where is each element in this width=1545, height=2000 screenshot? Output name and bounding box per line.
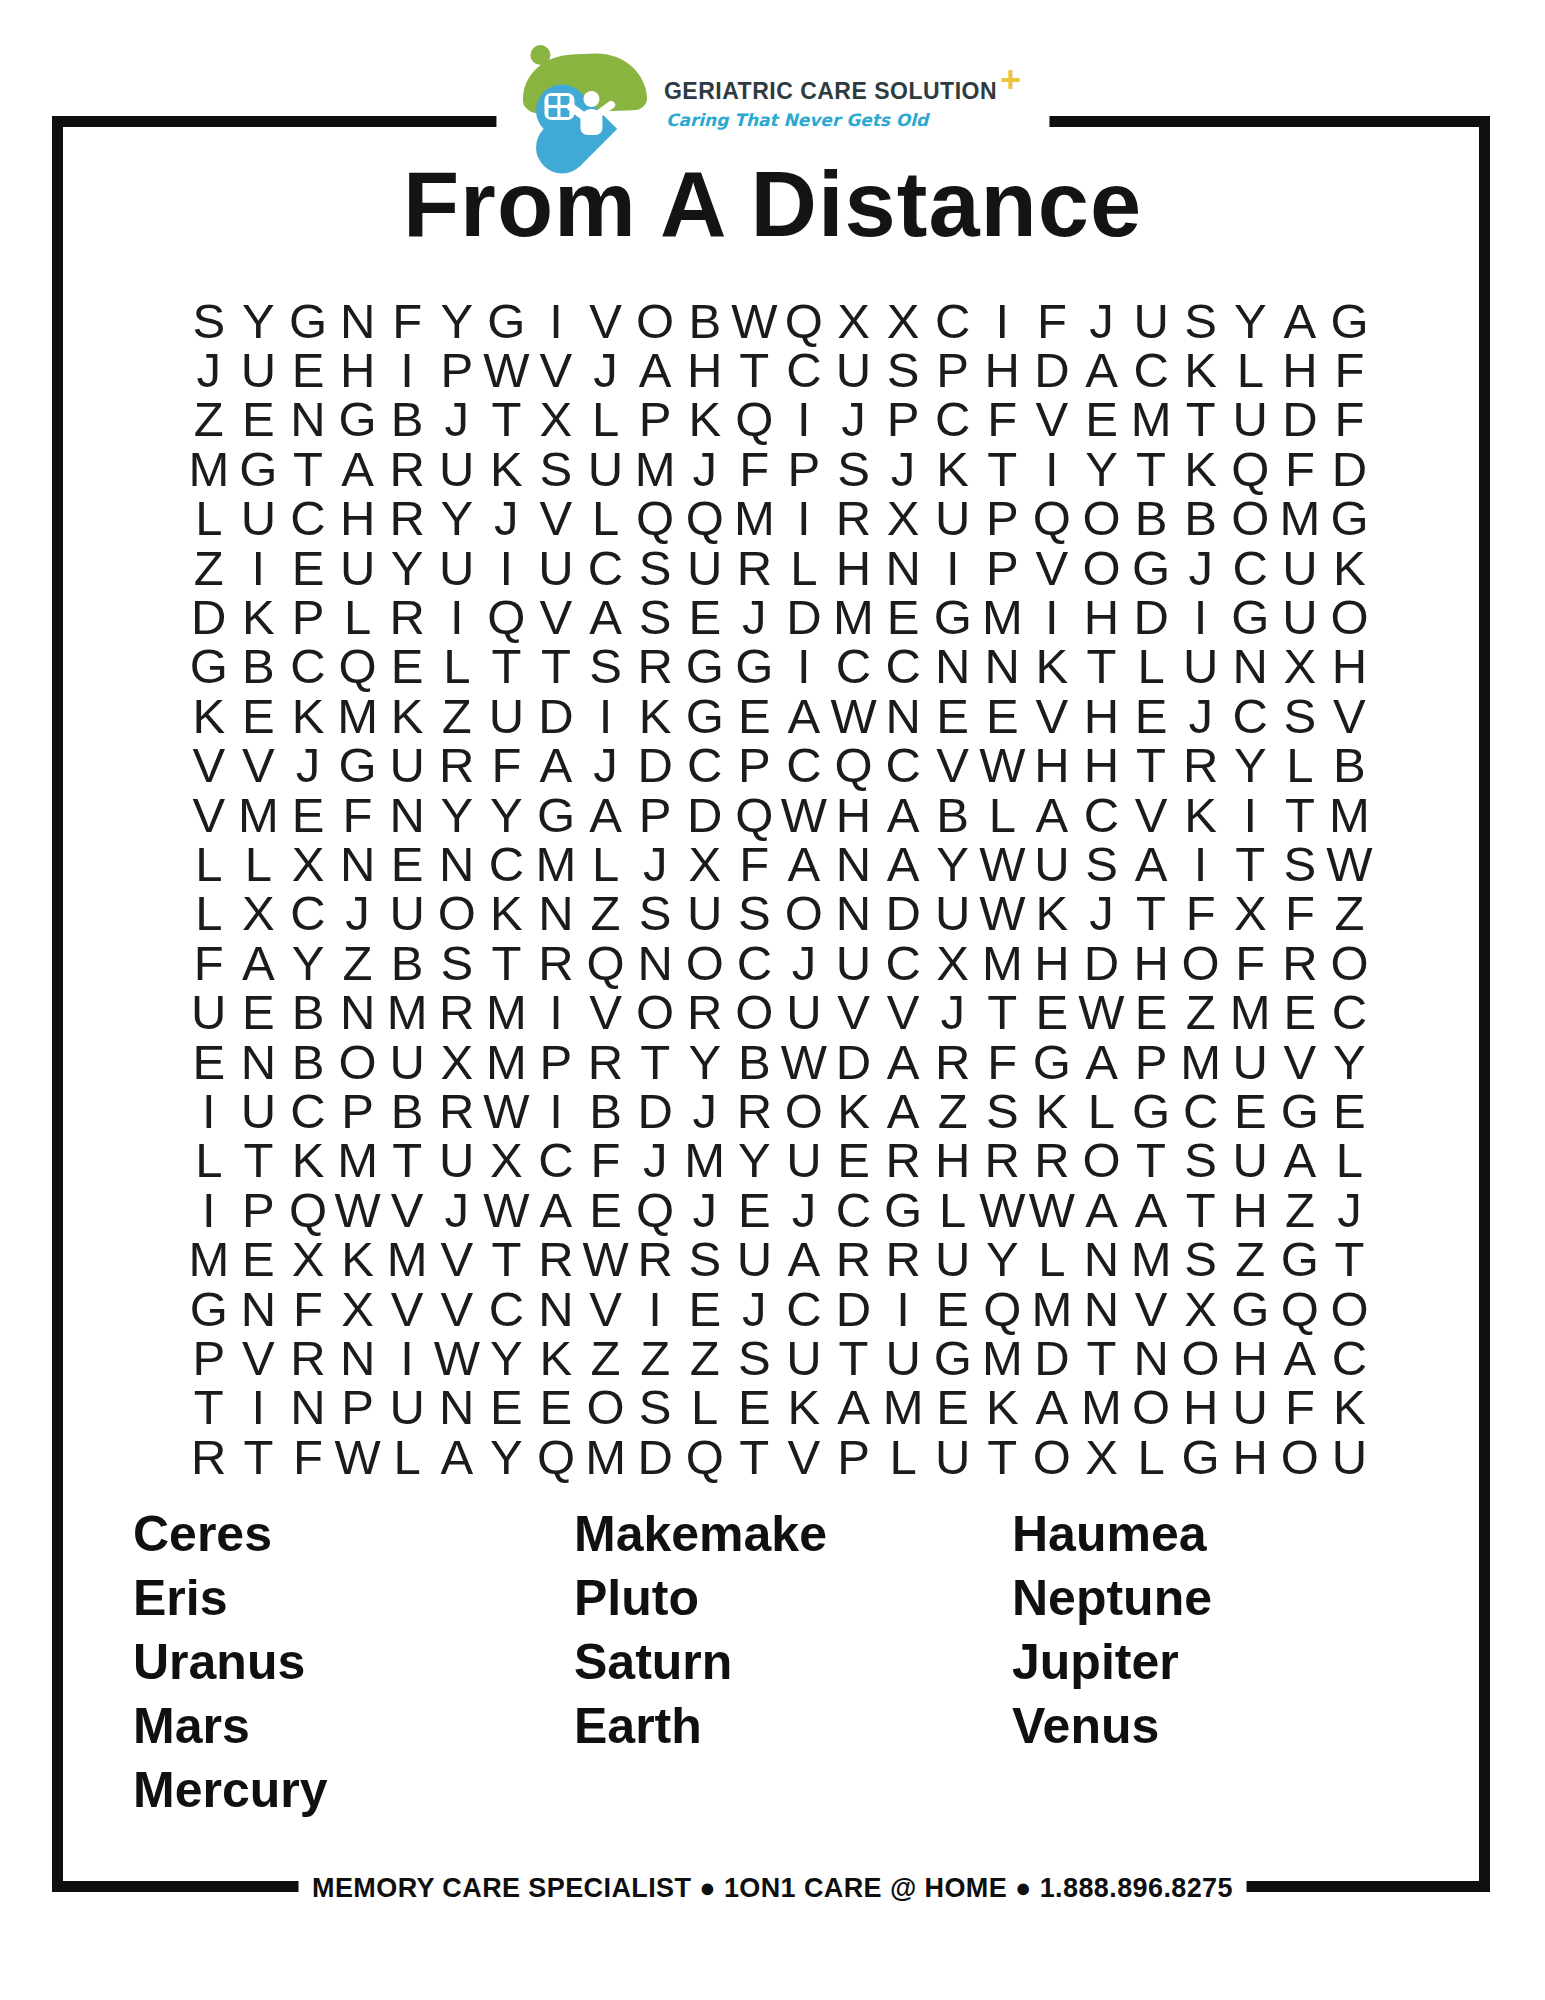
grid-cell[interactable]: P: [978, 494, 1028, 543]
grid-cell[interactable]: U: [333, 543, 383, 592]
grid-cell[interactable]: Q: [730, 790, 780, 839]
grid-cell[interactable]: I: [432, 592, 482, 641]
grid-cell[interactable]: Q: [581, 938, 631, 987]
grid-cell[interactable]: O: [680, 938, 730, 987]
grid-cell[interactable]: Z: [581, 1333, 631, 1382]
grid-cell[interactable]: W: [978, 741, 1028, 790]
grid-cell[interactable]: G: [333, 395, 383, 444]
grid-cell[interactable]: P: [779, 444, 829, 493]
grid-cell[interactable]: Z: [184, 543, 234, 592]
grid-cell[interactable]: W: [482, 1185, 532, 1234]
grid-cell[interactable]: Y: [432, 296, 482, 345]
grid-cell[interactable]: A: [779, 691, 829, 740]
grid-cell[interactable]: C: [283, 494, 333, 543]
grid-cell[interactable]: B: [1176, 494, 1226, 543]
grid-cell[interactable]: E: [730, 1185, 780, 1234]
grid-cell[interactable]: O: [730, 987, 780, 1036]
grid-cell[interactable]: N: [382, 790, 432, 839]
grid-cell[interactable]: M: [234, 790, 284, 839]
grid-cell[interactable]: H: [1325, 642, 1375, 691]
grid-cell[interactable]: B: [382, 395, 432, 444]
grid-cell[interactable]: Q: [531, 1432, 581, 1481]
grid-cell[interactable]: K: [184, 691, 234, 740]
grid-cell[interactable]: Q: [680, 494, 730, 543]
grid-cell[interactable]: O: [1077, 1136, 1127, 1185]
grid-cell[interactable]: W: [432, 1333, 482, 1382]
grid-cell[interactable]: B: [928, 790, 978, 839]
grid-cell[interactable]: D: [1325, 444, 1375, 493]
grid-cell[interactable]: L: [680, 1383, 730, 1432]
grid-cell[interactable]: C: [928, 395, 978, 444]
grid-cell[interactable]: G: [333, 741, 383, 790]
grid-cell[interactable]: T: [1077, 642, 1127, 691]
grid-cell[interactable]: L: [978, 790, 1028, 839]
grid-cell[interactable]: S: [432, 938, 482, 987]
grid-cell[interactable]: N: [630, 938, 680, 987]
grid-cell[interactable]: L: [928, 1185, 978, 1234]
grid-cell[interactable]: A: [581, 790, 631, 839]
grid-cell[interactable]: V: [184, 741, 234, 790]
grid-cell[interactable]: Q: [779, 296, 829, 345]
grid-cell[interactable]: R: [680, 987, 730, 1036]
grid-cell[interactable]: U: [382, 1383, 432, 1432]
grid-cell[interactable]: V: [531, 592, 581, 641]
grid-cell[interactable]: T: [234, 1136, 284, 1185]
grid-cell[interactable]: D: [1027, 1333, 1077, 1382]
grid-cell[interactable]: D: [531, 691, 581, 740]
grid-cell[interactable]: I: [1176, 839, 1226, 888]
grid-cell[interactable]: Q: [1027, 494, 1077, 543]
grid-cell[interactable]: G: [184, 642, 234, 691]
grid-cell[interactable]: E: [234, 1234, 284, 1283]
grid-cell[interactable]: P: [234, 1185, 284, 1234]
grid-cell[interactable]: Y: [1325, 1037, 1375, 1086]
grid-cell[interactable]: S: [730, 1333, 780, 1382]
grid-cell[interactable]: Y: [928, 839, 978, 888]
grid-cell[interactable]: J: [928, 987, 978, 1036]
grid-cell[interactable]: S: [630, 1383, 680, 1432]
grid-cell[interactable]: W: [333, 1185, 383, 1234]
grid-cell[interactable]: T: [531, 642, 581, 691]
grid-cell[interactable]: A: [1275, 1333, 1325, 1382]
grid-cell[interactable]: Z: [184, 395, 234, 444]
grid-cell[interactable]: M: [382, 987, 432, 1036]
grid-cell[interactable]: L: [184, 1136, 234, 1185]
grid-cell[interactable]: G: [234, 444, 284, 493]
grid-cell[interactable]: K: [978, 1383, 1028, 1432]
grid-cell[interactable]: E: [680, 1284, 730, 1333]
grid-cell[interactable]: V: [878, 987, 928, 1036]
grid-cell[interactable]: N: [978, 642, 1028, 691]
grid-cell[interactable]: T: [1325, 1234, 1375, 1283]
grid-cell[interactable]: I: [234, 1383, 284, 1432]
grid-cell[interactable]: O: [1176, 938, 1226, 987]
grid-cell[interactable]: N: [432, 839, 482, 888]
grid-cell[interactable]: N: [432, 1383, 482, 1432]
grid-cell[interactable]: C: [1077, 790, 1127, 839]
grid-cell[interactable]: E: [234, 987, 284, 1036]
grid-cell[interactable]: N: [1077, 1284, 1127, 1333]
grid-cell[interactable]: T: [1275, 790, 1325, 839]
grid-cell[interactable]: P: [630, 790, 680, 839]
grid-cell[interactable]: F: [1325, 345, 1375, 394]
grid-cell[interactable]: I: [184, 1185, 234, 1234]
grid-cell[interactable]: N: [829, 839, 879, 888]
grid-cell[interactable]: Z: [1225, 1234, 1275, 1283]
grid-cell[interactable]: D: [1027, 345, 1077, 394]
grid-cell[interactable]: J: [630, 839, 680, 888]
grid-cell[interactable]: I: [234, 543, 284, 592]
grid-cell[interactable]: U: [730, 1234, 780, 1283]
grid-cell[interactable]: U: [234, 345, 284, 394]
grid-cell[interactable]: U: [432, 444, 482, 493]
grid-cell[interactable]: B: [283, 1037, 333, 1086]
grid-cell[interactable]: M: [382, 1234, 432, 1283]
grid-cell[interactable]: T: [1126, 444, 1176, 493]
grid-cell[interactable]: U: [1225, 1383, 1275, 1432]
grid-cell[interactable]: Q: [283, 1185, 333, 1234]
grid-cell[interactable]: Q: [680, 1432, 730, 1481]
grid-cell[interactable]: N: [333, 296, 383, 345]
grid-cell[interactable]: R: [184, 1432, 234, 1481]
grid-cell[interactable]: J: [1077, 889, 1127, 938]
grid-cell[interactable]: G: [1325, 296, 1375, 345]
grid-cell[interactable]: Y: [283, 938, 333, 987]
grid-cell[interactable]: T: [382, 1136, 432, 1185]
grid-cell[interactable]: U: [779, 1333, 829, 1382]
grid-cell[interactable]: I: [531, 296, 581, 345]
grid-cell[interactable]: V: [779, 1432, 829, 1481]
grid-cell[interactable]: N: [234, 1037, 284, 1086]
grid-cell[interactable]: H: [1126, 938, 1176, 987]
grid-cell[interactable]: G: [1275, 1234, 1325, 1283]
grid-cell[interactable]: I: [779, 395, 829, 444]
grid-cell[interactable]: L: [184, 889, 234, 938]
grid-cell[interactable]: F: [1275, 444, 1325, 493]
grid-cell[interactable]: A: [779, 839, 829, 888]
grid-cell[interactable]: L: [184, 494, 234, 543]
grid-cell[interactable]: R: [978, 1136, 1028, 1185]
grid-cell[interactable]: X: [878, 296, 928, 345]
grid-cell[interactable]: A: [432, 1432, 482, 1481]
grid-cell[interactable]: O: [333, 1037, 383, 1086]
grid-cell[interactable]: C: [1225, 691, 1275, 740]
grid-cell[interactable]: S: [680, 1234, 730, 1283]
grid-cell[interactable]: M: [333, 691, 383, 740]
grid-cell[interactable]: A: [531, 1185, 581, 1234]
grid-cell[interactable]: M: [333, 1136, 383, 1185]
grid-cell[interactable]: E: [680, 592, 730, 641]
grid-cell[interactable]: G: [1126, 1086, 1176, 1135]
grid-cell[interactable]: G: [680, 691, 730, 740]
grid-cell[interactable]: S: [730, 889, 780, 938]
grid-cell[interactable]: R: [630, 642, 680, 691]
grid-cell[interactable]: J: [581, 345, 631, 394]
grid-cell[interactable]: M: [1126, 1234, 1176, 1283]
grid-cell[interactable]: W: [829, 691, 879, 740]
grid-cell[interactable]: K: [1176, 444, 1226, 493]
grid-cell[interactable]: U: [680, 889, 730, 938]
grid-cell[interactable]: A: [1077, 1037, 1127, 1086]
grid-cell[interactable]: V: [382, 1284, 432, 1333]
grid-cell[interactable]: C: [878, 642, 928, 691]
grid-cell[interactable]: P: [184, 1333, 234, 1382]
grid-cell[interactable]: O: [1126, 1383, 1176, 1432]
grid-cell[interactable]: D: [630, 741, 680, 790]
grid-cell[interactable]: B: [1325, 741, 1375, 790]
grid-cell[interactable]: O: [1275, 1432, 1325, 1481]
grid-cell[interactable]: C: [829, 1185, 879, 1234]
grid-cell[interactable]: N: [283, 395, 333, 444]
grid-cell[interactable]: D: [1275, 395, 1325, 444]
grid-cell[interactable]: J: [680, 1086, 730, 1135]
grid-cell[interactable]: L: [234, 839, 284, 888]
grid-cell[interactable]: L: [1225, 345, 1275, 394]
grid-cell[interactable]: K: [1027, 889, 1077, 938]
grid-cell[interactable]: W: [779, 790, 829, 839]
grid-cell[interactable]: O: [1027, 1432, 1077, 1481]
grid-cell[interactable]: U: [928, 1234, 978, 1283]
grid-cell[interactable]: T: [482, 395, 532, 444]
grid-cell[interactable]: A: [581, 592, 631, 641]
grid-cell[interactable]: H: [1077, 691, 1127, 740]
grid-cell[interactable]: F: [978, 395, 1028, 444]
grid-cell[interactable]: P: [630, 395, 680, 444]
grid-cell[interactable]: J: [432, 395, 482, 444]
grid-cell[interactable]: F: [283, 1284, 333, 1333]
grid-cell[interactable]: E: [283, 345, 333, 394]
grid-cell[interactable]: H: [1225, 1333, 1275, 1382]
grid-cell[interactable]: O: [630, 987, 680, 1036]
grid-cell[interactable]: A: [1275, 296, 1325, 345]
grid-cell[interactable]: S: [630, 889, 680, 938]
grid-cell[interactable]: Z: [432, 691, 482, 740]
word-list-item[interactable]: Haumea: [1012, 1502, 1212, 1566]
grid-cell[interactable]: S: [878, 345, 928, 394]
grid-cell[interactable]: K: [1027, 1086, 1077, 1135]
grid-cell[interactable]: V: [1275, 1037, 1325, 1086]
grid-cell[interactable]: R: [432, 1086, 482, 1135]
grid-cell[interactable]: E: [928, 1284, 978, 1333]
grid-cell[interactable]: J: [829, 395, 879, 444]
grid-cell[interactable]: O: [432, 889, 482, 938]
grid-cell[interactable]: E: [581, 1185, 631, 1234]
grid-cell[interactable]: K: [333, 1234, 383, 1283]
grid-cell[interactable]: J: [730, 1284, 780, 1333]
grid-cell[interactable]: F: [1325, 395, 1375, 444]
grid-cell[interactable]: F: [283, 1432, 333, 1481]
grid-cell[interactable]: F: [1176, 889, 1226, 938]
grid-cell[interactable]: U: [829, 345, 879, 394]
grid-cell[interactable]: M: [730, 494, 780, 543]
grid-cell[interactable]: E: [283, 790, 333, 839]
grid-cell[interactable]: L: [1275, 741, 1325, 790]
grid-cell[interactable]: Y: [730, 1136, 780, 1185]
grid-cell[interactable]: I: [779, 642, 829, 691]
grid-cell[interactable]: H: [1027, 741, 1077, 790]
grid-cell[interactable]: N: [1077, 1234, 1127, 1283]
grid-cell[interactable]: V: [531, 494, 581, 543]
grid-cell[interactable]: A: [1126, 1185, 1176, 1234]
grid-cell[interactable]: T: [1126, 741, 1176, 790]
grid-cell[interactable]: X: [829, 296, 879, 345]
grid-cell[interactable]: S: [630, 592, 680, 641]
grid-cell[interactable]: R: [730, 543, 780, 592]
grid-cell[interactable]: V: [1325, 691, 1375, 740]
grid-cell[interactable]: S: [184, 296, 234, 345]
grid-cell[interactable]: V: [928, 741, 978, 790]
grid-cell[interactable]: D: [878, 889, 928, 938]
grid-cell[interactable]: J: [1176, 543, 1226, 592]
grid-cell[interactable]: I: [878, 1284, 928, 1333]
grid-cell[interactable]: H: [829, 790, 879, 839]
grid-cell[interactable]: Z: [1325, 889, 1375, 938]
grid-cell[interactable]: K: [928, 444, 978, 493]
grid-cell[interactable]: P: [333, 1383, 383, 1432]
grid-cell[interactable]: K: [234, 592, 284, 641]
grid-cell[interactable]: T: [184, 1383, 234, 1432]
grid-cell[interactable]: V: [382, 1185, 432, 1234]
grid-cell[interactable]: D: [630, 1086, 680, 1135]
grid-cell[interactable]: K: [482, 444, 532, 493]
grid-cell[interactable]: E: [978, 691, 1028, 740]
grid-cell[interactable]: R: [1027, 1136, 1077, 1185]
grid-cell[interactable]: T: [829, 1333, 879, 1382]
grid-cell[interactable]: E: [1027, 987, 1077, 1036]
grid-cell[interactable]: T: [283, 444, 333, 493]
word-list-item[interactable]: Makemake: [574, 1502, 827, 1566]
grid-cell[interactable]: H: [1077, 741, 1127, 790]
grid-cell[interactable]: O: [581, 1383, 631, 1432]
grid-cell[interactable]: P: [283, 592, 333, 641]
grid-cell[interactable]: S: [581, 642, 631, 691]
grid-cell[interactable]: C: [482, 839, 532, 888]
grid-cell[interactable]: V: [1027, 395, 1077, 444]
grid-cell[interactable]: E: [1126, 987, 1176, 1036]
grid-cell[interactable]: F: [730, 444, 780, 493]
grid-cell[interactable]: M: [482, 1037, 532, 1086]
grid-cell[interactable]: Q: [630, 494, 680, 543]
grid-cell[interactable]: P: [432, 345, 482, 394]
grid-cell[interactable]: G: [184, 1284, 234, 1333]
grid-cell[interactable]: Y: [1225, 741, 1275, 790]
grid-cell[interactable]: Y: [432, 494, 482, 543]
grid-cell[interactable]: A: [878, 790, 928, 839]
grid-cell[interactable]: M: [978, 938, 1028, 987]
grid-cell[interactable]: A: [1275, 1136, 1325, 1185]
grid-cell[interactable]: O: [630, 296, 680, 345]
grid-cell[interactable]: C: [1176, 1086, 1226, 1135]
word-list-item[interactable]: Mars: [133, 1694, 328, 1758]
grid-cell[interactable]: A: [531, 741, 581, 790]
grid-cell[interactable]: T: [234, 1432, 284, 1481]
grid-cell[interactable]: K: [1176, 345, 1226, 394]
grid-cell[interactable]: L: [581, 395, 631, 444]
grid-cell[interactable]: X: [531, 395, 581, 444]
grid-cell[interactable]: V: [1027, 691, 1077, 740]
grid-cell[interactable]: P: [878, 395, 928, 444]
grid-cell[interactable]: J: [1077, 296, 1127, 345]
grid-cell[interactable]: C: [779, 345, 829, 394]
grid-cell[interactable]: J: [680, 1185, 730, 1234]
grid-cell[interactable]: B: [234, 642, 284, 691]
grid-cell[interactable]: G: [1325, 494, 1375, 543]
grid-cell[interactable]: Y: [382, 543, 432, 592]
word-list-item[interactable]: Neptune: [1012, 1566, 1212, 1630]
grid-cell[interactable]: Y: [1225, 296, 1275, 345]
grid-cell[interactable]: W: [779, 1037, 829, 1086]
grid-cell[interactable]: F: [333, 790, 383, 839]
grid-cell[interactable]: U: [928, 889, 978, 938]
grid-cell[interactable]: X: [234, 889, 284, 938]
grid-cell[interactable]: V: [581, 987, 631, 1036]
grid-cell[interactable]: V: [432, 1284, 482, 1333]
grid-cell[interactable]: Y: [482, 1432, 532, 1481]
grid-cell[interactable]: P: [829, 1432, 879, 1481]
grid-cell[interactable]: O: [1077, 494, 1127, 543]
grid-cell[interactable]: N: [1225, 642, 1275, 691]
grid-cell[interactable]: N: [531, 889, 581, 938]
grid-cell[interactable]: J: [779, 1185, 829, 1234]
grid-cell[interactable]: A: [1077, 1185, 1127, 1234]
grid-cell[interactable]: C: [283, 889, 333, 938]
grid-cell[interactable]: O: [779, 889, 829, 938]
grid-cell[interactable]: N: [878, 543, 928, 592]
grid-cell[interactable]: V: [1126, 790, 1176, 839]
grid-cell[interactable]: C: [283, 642, 333, 691]
grid-cell[interactable]: V: [432, 1234, 482, 1283]
grid-cell[interactable]: Y: [978, 1234, 1028, 1283]
grid-cell[interactable]: I: [1027, 444, 1077, 493]
grid-cell[interactable]: W: [581, 1234, 631, 1283]
grid-cell[interactable]: I: [630, 1284, 680, 1333]
grid-cell[interactable]: F: [482, 741, 532, 790]
grid-cell[interactable]: X: [1176, 1284, 1226, 1333]
grid-cell[interactable]: X: [1275, 642, 1325, 691]
grid-cell[interactable]: S: [1176, 1234, 1226, 1283]
grid-cell[interactable]: D: [829, 1037, 879, 1086]
grid-cell[interactable]: T: [1126, 889, 1176, 938]
grid-cell[interactable]: R: [432, 987, 482, 1036]
grid-cell[interactable]: U: [1225, 1136, 1275, 1185]
grid-cell[interactable]: L: [878, 1432, 928, 1481]
grid-cell[interactable]: M: [978, 1333, 1028, 1382]
grid-cell[interactable]: L: [581, 839, 631, 888]
grid-cell[interactable]: L: [432, 642, 482, 691]
grid-cell[interactable]: B: [730, 1037, 780, 1086]
grid-cell[interactable]: C: [1225, 543, 1275, 592]
grid-cell[interactable]: G: [1126, 543, 1176, 592]
grid-cell[interactable]: F: [1275, 889, 1325, 938]
grid-cell[interactable]: W: [1325, 839, 1375, 888]
grid-cell[interactable]: A: [1126, 839, 1176, 888]
grid-cell[interactable]: L: [1325, 1136, 1375, 1185]
grid-cell[interactable]: W: [1027, 1185, 1077, 1234]
grid-cell[interactable]: K: [829, 1086, 879, 1135]
grid-cell[interactable]: H: [1176, 1383, 1226, 1432]
grid-cell[interactable]: R: [531, 938, 581, 987]
grid-cell[interactable]: S: [978, 1086, 1028, 1135]
grid-cell[interactable]: E: [234, 691, 284, 740]
grid-cell[interactable]: A: [779, 1234, 829, 1283]
grid-cell[interactable]: T: [730, 345, 780, 394]
grid-cell[interactable]: I: [581, 691, 631, 740]
grid-cell[interactable]: Y: [1077, 444, 1127, 493]
grid-cell[interactable]: G: [1225, 592, 1275, 641]
grid-cell[interactable]: G: [482, 296, 532, 345]
grid-cell[interactable]: F: [1225, 938, 1275, 987]
grid-cell[interactable]: J: [432, 1185, 482, 1234]
